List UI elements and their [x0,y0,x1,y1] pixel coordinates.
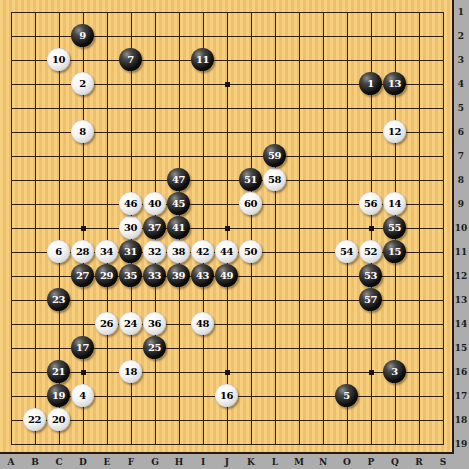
stone-54-O11[interactable]: 54 [335,240,358,263]
column-label-F: F [123,457,139,467]
stone-30-F10[interactable]: 30 [119,216,142,239]
stone-7-F3[interactable]: 7 [119,48,142,71]
row-label-13: 13 [454,295,468,305]
stone-13-Q4[interactable]: 13 [383,72,406,95]
stone-1-P4[interactable]: 1 [359,72,382,95]
row-label-1: 1 [454,7,468,17]
column-label-I: I [195,457,211,467]
row-label-8: 8 [454,175,468,185]
star-point [81,370,86,375]
stone-53-P12[interactable]: 53 [359,264,382,287]
grid-line-vertical [275,12,276,445]
star-point [225,226,230,231]
column-label-J: J [219,457,235,467]
star-point [369,370,374,375]
column-label-Q: Q [387,457,403,467]
grid-line-vertical [419,12,420,445]
row-label-15: 15 [454,343,468,353]
stone-4-D17[interactable]: 4 [71,384,94,407]
stone-28-D11[interactable]: 28 [71,240,94,263]
stone-2-D4[interactable]: 2 [71,72,94,95]
stone-26-E14[interactable]: 26 [95,312,118,335]
star-point [225,370,230,375]
column-label-A: A [3,457,19,467]
stone-41-H10[interactable]: 41 [167,216,190,239]
stone-6-C11[interactable]: 6 [47,240,70,263]
stone-38-H11[interactable]: 38 [167,240,190,263]
stone-39-H12[interactable]: 39 [167,264,190,287]
stone-46-F9[interactable]: 46 [119,192,142,215]
stone-29-E12[interactable]: 29 [95,264,118,287]
column-label-B: B [27,457,43,467]
stone-48-I14[interactable]: 48 [191,312,214,335]
stone-20-C18[interactable]: 20 [47,408,70,431]
stone-52-P11[interactable]: 52 [359,240,382,263]
grid-line-vertical [299,12,300,445]
grid-line-horizontal [11,444,444,445]
column-label-G: G [147,457,163,467]
stone-15-Q11[interactable]: 15 [383,240,406,263]
column-label-C: C [51,457,67,467]
column-label-K: K [243,457,259,467]
column-label-M: M [291,457,307,467]
row-label-14: 14 [454,319,468,329]
stone-44-J11[interactable]: 44 [215,240,238,263]
stone-14-Q9[interactable]: 14 [383,192,406,215]
stone-8-D6[interactable]: 8 [71,120,94,143]
star-point [369,226,374,231]
row-label-18: 18 [454,415,468,425]
row-label-10: 10 [454,223,468,233]
row-label-6: 6 [454,127,468,137]
stone-12-Q6[interactable]: 12 [383,120,406,143]
column-label-H: H [171,457,187,467]
row-label-7: 7 [454,151,468,161]
stone-25-G15[interactable]: 25 [143,336,166,359]
row-label-19: 19 [454,439,468,449]
column-label-D: D [75,457,91,467]
stone-10-C3[interactable]: 10 [47,48,70,71]
grid-line-horizontal [11,420,444,421]
stone-45-H9[interactable]: 45 [167,192,190,215]
stone-23-C13[interactable]: 23 [47,288,70,311]
row-label-3: 3 [454,55,468,65]
column-label-P: P [363,457,379,467]
column-label-N: N [315,457,331,467]
column-label-S: S [435,457,451,467]
star-point [225,82,230,87]
stone-59-L7[interactable]: 59 [263,144,286,167]
stone-16-J17[interactable]: 16 [215,384,238,407]
row-label-16: 16 [454,367,468,377]
row-label-12: 12 [454,271,468,281]
grid-line-vertical [347,12,348,445]
stone-40-G9[interactable]: 40 [143,192,166,215]
stone-57-P13[interactable]: 57 [359,288,382,311]
column-label-E: E [99,457,115,467]
stone-19-C17[interactable]: 19 [47,384,70,407]
stone-42-I11[interactable]: 42 [191,240,214,263]
go-board[interactable]: 1234567891011121314151617181920212223242… [0,0,454,454]
row-label-11: 11 [454,247,468,257]
stone-56-P9[interactable]: 56 [359,192,382,215]
stone-24-F14[interactable]: 24 [119,312,142,335]
stone-36-G14[interactable]: 36 [143,312,166,335]
stone-5-O17[interactable]: 5 [335,384,358,407]
stone-35-F12[interactable]: 35 [119,264,142,287]
row-label-9: 9 [454,199,468,209]
stone-3-Q16[interactable]: 3 [383,360,406,383]
stone-9-D2[interactable]: 9 [71,24,94,47]
grid-line-vertical [443,12,444,445]
stone-37-G10[interactable]: 37 [143,216,166,239]
stone-33-G12[interactable]: 33 [143,264,166,287]
stone-51-K8[interactable]: 51 [239,168,262,191]
stone-21-C16[interactable]: 21 [47,360,70,383]
column-label-L: L [267,457,283,467]
row-label-5: 5 [454,103,468,113]
stone-17-D15[interactable]: 17 [71,336,94,359]
go-diagram: 1234567891011121314151617181920212223242… [0,0,469,469]
stone-18-F16[interactable]: 18 [119,360,142,383]
column-label-R: R [411,457,427,467]
stone-49-J12[interactable]: 49 [215,264,238,287]
row-label-2: 2 [454,31,468,41]
stone-32-G11[interactable]: 32 [143,240,166,263]
stone-50-K11[interactable]: 50 [239,240,262,263]
stone-27-D12[interactable]: 27 [71,264,94,287]
row-label-17: 17 [454,391,468,401]
stone-58-L8[interactable]: 58 [263,168,286,191]
column-label-O: O [339,457,355,467]
stone-60-K9[interactable]: 60 [239,192,262,215]
stone-55-Q10[interactable]: 55 [383,216,406,239]
stone-11-I3[interactable]: 11 [191,48,214,71]
stone-22-B18[interactable]: 22 [23,408,46,431]
stone-43-I12[interactable]: 43 [191,264,214,287]
grid-line-horizontal [11,324,444,325]
stone-34-E11[interactable]: 34 [95,240,118,263]
grid-line-vertical [251,12,252,445]
grid-line-vertical [323,12,324,445]
stone-47-H8[interactable]: 47 [167,168,190,191]
stone-31-F11[interactable]: 31 [119,240,142,263]
star-point [81,226,86,231]
row-label-4: 4 [454,79,468,89]
